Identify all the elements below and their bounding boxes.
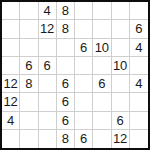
cell-r1c7[interactable] xyxy=(112,2,130,20)
cell-r2c2[interactable] xyxy=(20,20,38,38)
cell-r7c2[interactable] xyxy=(20,112,38,130)
cell-r5c7[interactable] xyxy=(112,75,130,93)
cell-r6c4[interactable]: 6 xyxy=(57,93,75,111)
cell-r8c7[interactable]: 12 xyxy=(112,130,130,148)
cell-r3c2[interactable] xyxy=(20,39,38,57)
cell-r7c3[interactable] xyxy=(39,112,57,130)
cell-r1c6[interactable] xyxy=(93,2,111,20)
cell-r3c4[interactable] xyxy=(57,39,75,57)
cell-r3c1[interactable] xyxy=(2,39,20,57)
cell-r1c8[interactable] xyxy=(130,2,148,20)
cell-r5c8[interactable]: 4 xyxy=(130,75,148,93)
cell-r5c4[interactable]: 6 xyxy=(57,75,75,93)
cell-r3c5[interactable]: 6 xyxy=(75,39,93,57)
cell-r4c4[interactable] xyxy=(57,57,75,75)
cell-r1c1[interactable] xyxy=(2,2,20,20)
cell-r6c6[interactable] xyxy=(93,93,111,111)
cell-r7c6[interactable] xyxy=(93,112,111,130)
cell-r5c6[interactable]: 6 xyxy=(93,75,111,93)
cell-r6c3[interactable] xyxy=(39,93,57,111)
cell-r5c3[interactable] xyxy=(39,75,57,93)
cell-r4c3[interactable]: 6 xyxy=(39,57,57,75)
cell-r7c1[interactable]: 4 xyxy=(2,112,20,130)
puzzle-board: 481286610466101286641264668612 xyxy=(0,0,150,150)
cell-r7c5[interactable] xyxy=(75,112,93,130)
cell-r8c8[interactable] xyxy=(130,130,148,148)
cell-r6c2[interactable] xyxy=(20,93,38,111)
cell-r2c5[interactable] xyxy=(75,20,93,38)
cell-r5c2[interactable]: 8 xyxy=(20,75,38,93)
cell-r6c8[interactable] xyxy=(130,93,148,111)
cell-r8c3[interactable] xyxy=(39,130,57,148)
cell-r6c1[interactable]: 12 xyxy=(2,93,20,111)
cell-r5c5[interactable] xyxy=(75,75,93,93)
cell-r3c6[interactable]: 10 xyxy=(93,39,111,57)
cell-r2c1[interactable] xyxy=(2,20,20,38)
cell-r1c2[interactable] xyxy=(20,2,38,20)
cell-r2c3[interactable]: 12 xyxy=(39,20,57,38)
cell-r6c5[interactable] xyxy=(75,93,93,111)
cell-r8c1[interactable] xyxy=(2,130,20,148)
cell-r7c7[interactable]: 6 xyxy=(112,112,130,130)
cell-r7c8[interactable] xyxy=(130,112,148,130)
cell-r2c6[interactable] xyxy=(93,20,111,38)
cell-r3c8[interactable]: 4 xyxy=(130,39,148,57)
cell-r2c7[interactable] xyxy=(112,20,130,38)
cell-r4c2[interactable]: 6 xyxy=(20,57,38,75)
cell-r1c5[interactable] xyxy=(75,2,93,20)
cell-r1c4[interactable]: 8 xyxy=(57,2,75,20)
cell-r1c3[interactable]: 4 xyxy=(39,2,57,20)
cell-r8c5[interactable]: 6 xyxy=(75,130,93,148)
cell-r8c2[interactable] xyxy=(20,130,38,148)
cell-r4c7[interactable]: 10 xyxy=(112,57,130,75)
cell-r5c1[interactable]: 12 xyxy=(2,75,20,93)
cell-r4c8[interactable] xyxy=(130,57,148,75)
cell-r8c4[interactable]: 8 xyxy=(57,130,75,148)
cell-r4c5[interactable] xyxy=(75,57,93,75)
cell-r2c8[interactable]: 6 xyxy=(130,20,148,38)
cell-r8c6[interactable] xyxy=(93,130,111,148)
cell-r4c1[interactable] xyxy=(2,57,20,75)
cell-r2c4[interactable]: 8 xyxy=(57,20,75,38)
cell-r7c4[interactable]: 6 xyxy=(57,112,75,130)
cell-r6c7[interactable] xyxy=(112,93,130,111)
cell-r4c6[interactable] xyxy=(93,57,111,75)
cell-r3c7[interactable] xyxy=(112,39,130,57)
cell-r3c3[interactable] xyxy=(39,39,57,57)
